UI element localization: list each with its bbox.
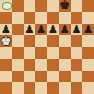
square-f6: ♟ [59,24,71,36]
square-g1 [71,82,83,94]
square-h8 [82,0,94,12]
square-b6 [12,24,24,36]
square-g3 [71,59,83,71]
square-e2 [47,71,59,83]
square-b1 [12,82,24,94]
square-c8 [24,0,36,12]
square-d1 [35,82,47,94]
square-h5 [82,35,94,47]
square-e6: ♟ [47,24,59,36]
square-a8 [0,0,12,12]
square-d5 [35,35,47,47]
square-e5 [47,35,59,47]
green-circle-annotation-icon [2,2,12,10]
square-b5 [12,35,24,47]
black-pawn-icon: ♟ [1,24,11,36]
square-f8: ♚ [59,0,71,12]
square-c4 [24,47,36,59]
square-a3 [0,59,12,71]
square-f1 [59,82,71,94]
square-c5 [24,35,36,47]
black-pawn-icon: ♟ [60,24,70,36]
square-a2 [0,71,12,83]
square-a4 [0,47,12,59]
square-h4 [82,47,94,59]
black-pawn-icon: ♟ [83,24,93,36]
square-e3 [47,59,59,71]
square-e7 [47,12,59,24]
square-c3 [24,59,36,71]
square-d6: ♟ [35,24,47,36]
square-c7 [24,12,36,24]
square-d4 [35,47,47,59]
square-b7 [12,12,24,24]
square-g7 [71,12,83,24]
square-g8 [71,0,83,12]
square-a6: ♟ [0,24,12,36]
black-pawn-icon: ♟ [36,24,46,36]
white-king-icon: ♚ [0,35,11,47]
square-f4 [59,47,71,59]
square-e1 [47,82,59,94]
square-f5 [59,35,71,47]
black-pawn-icon: ♟ [24,24,34,36]
square-d3 [35,59,47,71]
square-a1 [0,82,12,94]
square-e4 [47,47,59,59]
square-h7 [82,12,94,24]
square-c1 [24,82,36,94]
square-a7 [0,12,12,24]
black-king-icon: ♚ [59,0,70,10]
square-h2 [82,71,94,83]
square-a5: ♚ [0,35,12,47]
square-g5 [71,35,83,47]
square-f3 [59,59,71,71]
square-f7 [59,12,71,24]
square-b2 [12,71,24,83]
chess-board-thumbnail[interactable]: ♚♟♟♟♟♟♟♟♚ [0,0,94,94]
square-h1 [82,82,94,94]
square-b8 [12,0,24,12]
black-pawn-icon: ♟ [71,24,81,36]
square-b4 [12,47,24,59]
square-e8 [47,0,59,12]
square-h3 [82,59,94,71]
square-c6: ♟ [24,24,36,36]
square-c2 [24,71,36,83]
square-b3 [12,59,24,71]
square-f2 [59,71,71,83]
square-g2 [71,71,83,83]
square-d8 [35,0,47,12]
square-g6: ♟ [71,24,83,36]
square-g4 [71,47,83,59]
black-pawn-icon: ♟ [48,24,58,36]
square-d7 [35,12,47,24]
square-d2 [35,71,47,83]
square-h6: ♟ [82,24,94,36]
